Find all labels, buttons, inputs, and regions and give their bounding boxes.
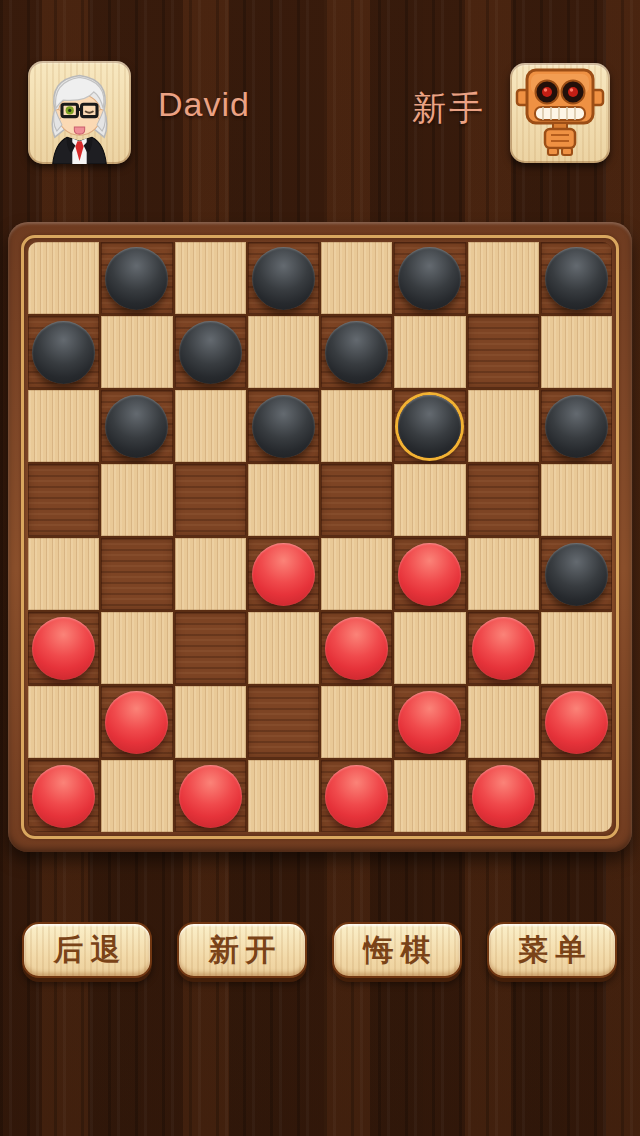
square-r6c8	[541, 612, 612, 684]
red-piece[interactable]	[32, 617, 95, 680]
square-r6c3[interactable]	[175, 612, 246, 684]
opponent-level-label: 新手	[412, 86, 486, 132]
black-piece[interactable]	[398, 247, 461, 310]
square-r3c6[interactable]	[394, 390, 465, 462]
square-r7c1	[28, 686, 99, 758]
square-r4c2	[101, 464, 172, 536]
red-piece[interactable]	[398, 691, 461, 754]
square-r2c6	[394, 316, 465, 388]
square-r3c3	[175, 390, 246, 462]
square-r1c5	[321, 242, 392, 314]
square-r3c1	[28, 390, 99, 462]
square-r6c6	[394, 612, 465, 684]
black-piece[interactable]	[252, 247, 315, 310]
square-r1c7	[468, 242, 539, 314]
square-r2c4	[248, 316, 319, 388]
black-piece[interactable]	[545, 247, 608, 310]
black-piece[interactable]	[105, 395, 168, 458]
selected-black-piece[interactable]	[398, 395, 461, 458]
undo-move-button[interactable]: 悔棋	[332, 922, 462, 978]
black-piece[interactable]	[105, 247, 168, 310]
red-piece[interactable]	[252, 543, 315, 606]
square-r6c7[interactable]	[468, 612, 539, 684]
square-r5c2[interactable]	[101, 538, 172, 610]
square-r8c7[interactable]	[468, 760, 539, 832]
app-background: David 新手	[0, 0, 640, 1136]
red-piece[interactable]	[32, 765, 95, 828]
square-r2c8	[541, 316, 612, 388]
square-r4c8	[541, 464, 612, 536]
square-r5c3	[175, 538, 246, 610]
square-r5c4[interactable]	[248, 538, 319, 610]
square-r8c5[interactable]	[321, 760, 392, 832]
square-r2c1[interactable]	[28, 316, 99, 388]
square-r2c3[interactable]	[175, 316, 246, 388]
square-r5c7	[468, 538, 539, 610]
player-avatar[interactable]	[28, 61, 131, 164]
red-piece[interactable]	[325, 617, 388, 680]
square-r1c2[interactable]	[101, 242, 172, 314]
square-r6c1[interactable]	[28, 612, 99, 684]
square-r3c8[interactable]	[541, 390, 612, 462]
square-r2c2	[101, 316, 172, 388]
square-r8c6	[394, 760, 465, 832]
square-r3c2[interactable]	[101, 390, 172, 462]
black-piece[interactable]	[179, 321, 242, 384]
red-piece[interactable]	[325, 765, 388, 828]
square-r4c5[interactable]	[321, 464, 392, 536]
square-r3c4[interactable]	[248, 390, 319, 462]
square-r7c6[interactable]	[394, 686, 465, 758]
square-r4c4	[248, 464, 319, 536]
red-piece[interactable]	[398, 543, 461, 606]
square-r7c2[interactable]	[101, 686, 172, 758]
square-r5c8[interactable]	[541, 538, 612, 610]
square-r4c1[interactable]	[28, 464, 99, 536]
square-r7c7	[468, 686, 539, 758]
square-r8c2	[101, 760, 172, 832]
square-r6c5[interactable]	[321, 612, 392, 684]
square-r2c7[interactable]	[468, 316, 539, 388]
new-game-button[interactable]: 新开	[177, 922, 307, 978]
square-r5c1	[28, 538, 99, 610]
square-r6c2	[101, 612, 172, 684]
square-r8c3[interactable]	[175, 760, 246, 832]
red-piece[interactable]	[545, 691, 608, 754]
square-r1c8[interactable]	[541, 242, 612, 314]
square-r8c4	[248, 760, 319, 832]
red-piece[interactable]	[472, 617, 535, 680]
black-piece[interactable]	[325, 321, 388, 384]
board-grid	[28, 242, 612, 832]
square-r6c4	[248, 612, 319, 684]
black-piece[interactable]	[32, 321, 95, 384]
black-piece[interactable]	[545, 395, 608, 458]
red-piece[interactable]	[105, 691, 168, 754]
square-r5c6[interactable]	[394, 538, 465, 610]
square-r8c8	[541, 760, 612, 832]
square-r3c5	[321, 390, 392, 462]
red-piece[interactable]	[179, 765, 242, 828]
square-r4c3[interactable]	[175, 464, 246, 536]
red-piece[interactable]	[472, 765, 535, 828]
square-r1c4[interactable]	[248, 242, 319, 314]
square-r7c5	[321, 686, 392, 758]
opponent-avatar[interactable]	[510, 63, 610, 163]
checkers-board	[8, 222, 632, 852]
square-r4c6	[394, 464, 465, 536]
menu-button[interactable]: 菜单	[487, 922, 617, 978]
square-r7c8[interactable]	[541, 686, 612, 758]
square-r7c3	[175, 686, 246, 758]
robot-avatar-icon	[510, 63, 610, 163]
square-r2c5[interactable]	[321, 316, 392, 388]
square-r4c7[interactable]	[468, 464, 539, 536]
black-piece[interactable]	[545, 543, 608, 606]
square-r1c3	[175, 242, 246, 314]
square-r1c1	[28, 242, 99, 314]
square-r7c4[interactable]	[248, 686, 319, 758]
back-button[interactable]: 后退	[22, 922, 152, 978]
square-r5c5	[321, 538, 392, 610]
square-r1c6[interactable]	[394, 242, 465, 314]
player-name: David	[158, 85, 250, 124]
man-avatar-icon	[28, 61, 131, 164]
square-r3c7	[468, 390, 539, 462]
square-r8c1[interactable]	[28, 760, 99, 832]
black-piece[interactable]	[252, 395, 315, 458]
